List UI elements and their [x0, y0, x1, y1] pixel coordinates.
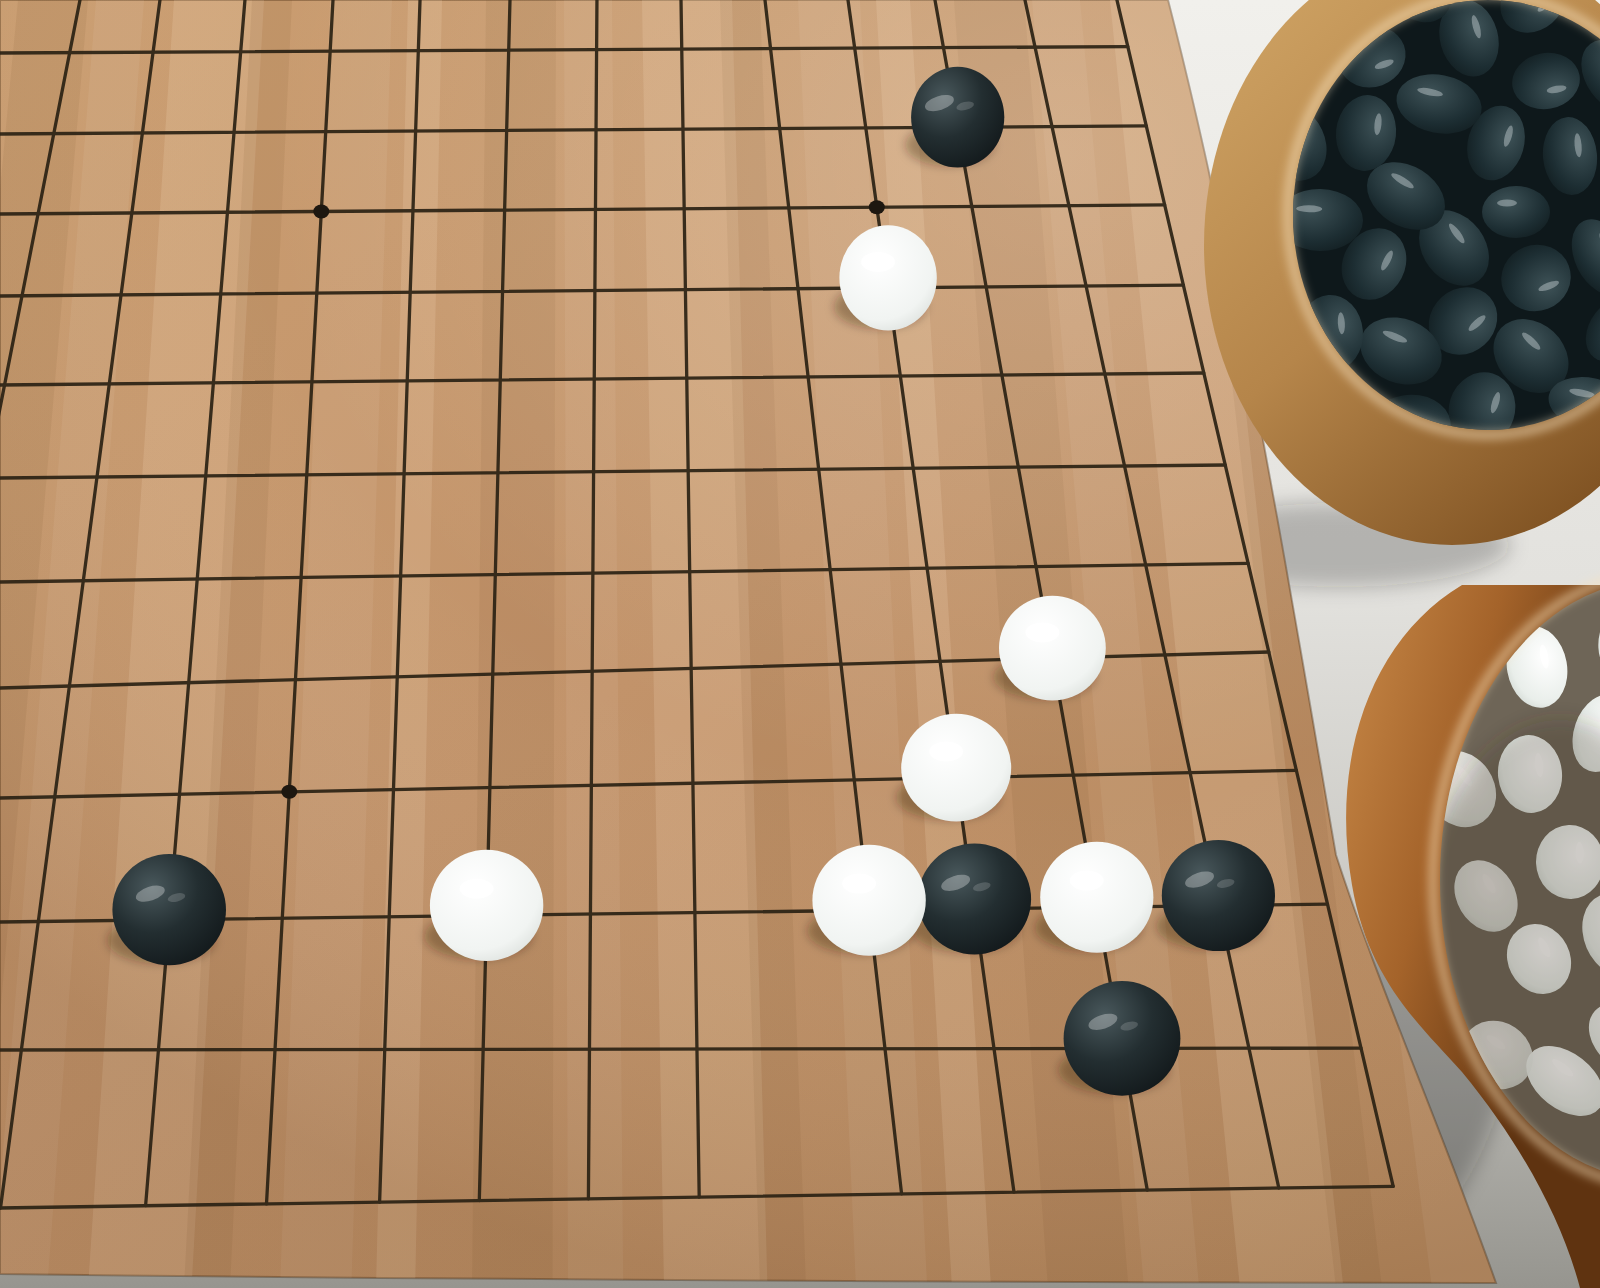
star-point: [281, 785, 297, 799]
photo-scene: [0, 0, 1600, 1288]
go-board-photo: [0, 0, 1600, 1288]
star-point: [869, 200, 885, 214]
bowl-black-stone: [1482, 186, 1550, 238]
star-point: [313, 205, 329, 219]
